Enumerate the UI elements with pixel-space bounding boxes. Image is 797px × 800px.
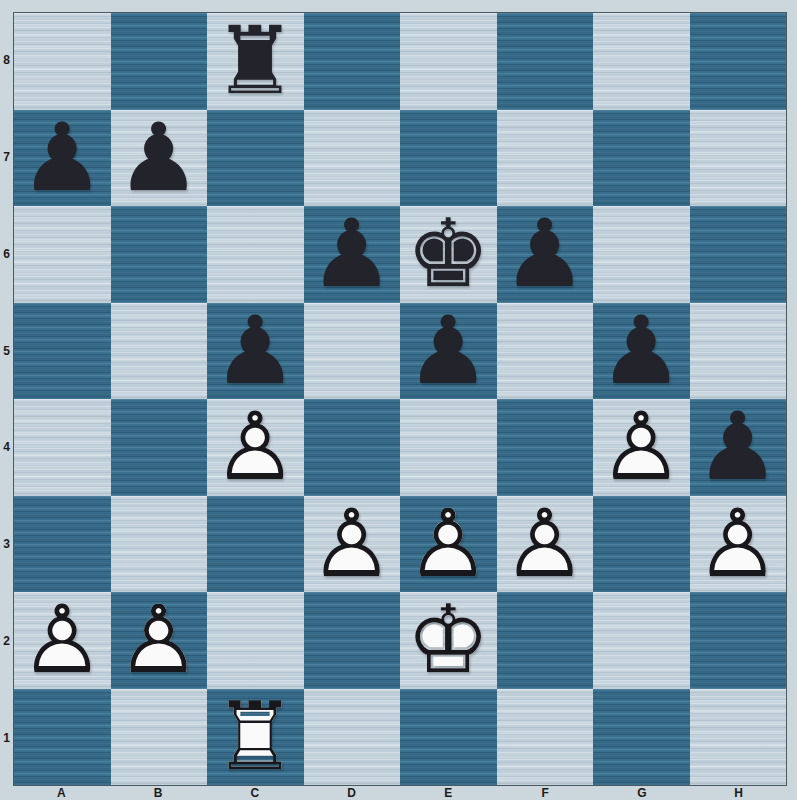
black-pawn-glyph: ♟ <box>497 206 594 303</box>
piece-white-rook-c1[interactable]: ♜♖ <box>207 689 304 786</box>
rank-label-4: 4 <box>0 399 13 496</box>
file-label-c: C <box>207 786 304 800</box>
piece-black-pawn-b7[interactable]: ♟ <box>111 110 208 207</box>
square-g1[interactable] <box>593 689 690 786</box>
square-c6[interactable] <box>207 206 304 303</box>
square-f7[interactable] <box>497 110 594 207</box>
square-e8[interactable] <box>400 13 497 110</box>
square-f3[interactable]: ♟♙ <box>497 496 594 593</box>
square-d5[interactable] <box>304 303 401 400</box>
square-a6[interactable] <box>14 206 111 303</box>
file-label-f: F <box>497 786 594 800</box>
rank-label-2: 2 <box>0 593 13 690</box>
piece-black-pawn-a7[interactable]: ♟ <box>14 110 111 207</box>
square-h6[interactable] <box>690 206 787 303</box>
square-c7[interactable] <box>207 110 304 207</box>
square-g5[interactable]: ♟ <box>593 303 690 400</box>
square-b4[interactable] <box>111 399 208 496</box>
rank-label-1: 1 <box>0 689 13 786</box>
piece-black-rook-c8[interactable]: ♜ <box>207 13 304 110</box>
square-g3[interactable] <box>593 496 690 593</box>
square-d8[interactable] <box>304 13 401 110</box>
square-d6[interactable]: ♟ <box>304 206 401 303</box>
square-c3[interactable] <box>207 496 304 593</box>
square-g8[interactable] <box>593 13 690 110</box>
square-f6[interactable]: ♟ <box>497 206 594 303</box>
piece-black-pawn-h4[interactable]: ♟ <box>690 399 787 496</box>
rank-labels: 87654321 <box>0 12 13 786</box>
square-f2[interactable] <box>497 592 594 689</box>
rank-label-3: 3 <box>0 496 13 593</box>
piece-white-pawn-e3[interactable]: ♟♙ <box>400 496 497 593</box>
square-h5[interactable] <box>690 303 787 400</box>
square-e6[interactable]: ♚ <box>400 206 497 303</box>
white-pawn-outline-glyph: ♙ <box>304 496 401 593</box>
square-e3[interactable]: ♟♙ <box>400 496 497 593</box>
square-f8[interactable] <box>497 13 594 110</box>
square-e1[interactable] <box>400 689 497 786</box>
square-e4[interactable] <box>400 399 497 496</box>
square-b7[interactable]: ♟ <box>111 110 208 207</box>
square-b8[interactable] <box>111 13 208 110</box>
piece-white-king-e2[interactable]: ♚♔ <box>400 592 497 689</box>
black-king-glyph: ♚ <box>400 206 497 303</box>
piece-black-pawn-g5[interactable]: ♟ <box>593 303 690 400</box>
file-label-d: D <box>303 786 400 800</box>
rank-label-6: 6 <box>0 206 13 303</box>
file-label-a: A <box>13 786 110 800</box>
file-label-e: E <box>400 786 497 800</box>
white-pawn-outline-glyph: ♙ <box>400 496 497 593</box>
piece-white-pawn-f3[interactable]: ♟♙ <box>497 496 594 593</box>
square-b5[interactable] <box>111 303 208 400</box>
rank-label-8: 8 <box>0 12 13 109</box>
square-a1[interactable] <box>14 689 111 786</box>
rank-label-7: 7 <box>0 109 13 206</box>
square-b6[interactable] <box>111 206 208 303</box>
square-d4[interactable] <box>304 399 401 496</box>
square-a7[interactable]: ♟ <box>14 110 111 207</box>
black-pawn-glyph: ♟ <box>400 303 497 400</box>
square-g6[interactable] <box>593 206 690 303</box>
square-g7[interactable] <box>593 110 690 207</box>
white-king-outline-glyph: ♔ <box>400 592 497 689</box>
piece-white-pawn-g4[interactable]: ♟♙ <box>593 399 690 496</box>
rank-label-5: 5 <box>0 302 13 399</box>
piece-black-pawn-c5[interactable]: ♟ <box>207 303 304 400</box>
square-c4[interactable]: ♟♙ <box>207 399 304 496</box>
square-c2[interactable] <box>207 592 304 689</box>
white-pawn-outline-glyph: ♙ <box>207 399 304 496</box>
square-h8[interactable] <box>690 13 787 110</box>
square-a3[interactable] <box>14 496 111 593</box>
square-c1[interactable]: ♜♖ <box>207 689 304 786</box>
square-h7[interactable] <box>690 110 787 207</box>
black-pawn-glyph: ♟ <box>207 303 304 400</box>
black-pawn-glyph: ♟ <box>304 206 401 303</box>
piece-black-king-e6[interactable]: ♚ <box>400 206 497 303</box>
black-rook-glyph: ♜ <box>207 13 304 110</box>
square-d3[interactable]: ♟♙ <box>304 496 401 593</box>
black-pawn-glyph: ♟ <box>14 110 111 207</box>
square-c5[interactable]: ♟ <box>207 303 304 400</box>
white-pawn-outline-glyph: ♙ <box>690 496 787 593</box>
square-h3[interactable]: ♟♙ <box>690 496 787 593</box>
piece-white-pawn-d3[interactable]: ♟♙ <box>304 496 401 593</box>
square-g4[interactable]: ♟♙ <box>593 399 690 496</box>
piece-black-pawn-d6[interactable]: ♟ <box>304 206 401 303</box>
square-b3[interactable] <box>111 496 208 593</box>
square-b2[interactable]: ♟♙ <box>111 592 208 689</box>
square-g2[interactable] <box>593 592 690 689</box>
square-e7[interactable] <box>400 110 497 207</box>
piece-white-pawn-a2[interactable]: ♟♙ <box>14 592 111 689</box>
square-h4[interactable]: ♟ <box>690 399 787 496</box>
square-a8[interactable] <box>14 13 111 110</box>
square-a5[interactable] <box>14 303 111 400</box>
black-pawn-glyph: ♟ <box>690 399 787 496</box>
piece-black-pawn-f6[interactable]: ♟ <box>497 206 594 303</box>
chess-position-screenshot: 87654321 ♜♟♟♟♚♟♟♟♟♟♙♟♙♟♟♙♟♙♟♙♟♙♟♙♟♙♚♔♜♖ … <box>0 0 797 800</box>
file-label-h: H <box>690 786 787 800</box>
piece-white-pawn-c4[interactable]: ♟♙ <box>207 399 304 496</box>
file-labels: ABCDEFGH <box>13 786 787 800</box>
white-pawn-outline-glyph: ♙ <box>14 592 111 689</box>
square-d7[interactable] <box>304 110 401 207</box>
white-pawn-outline-glyph: ♙ <box>111 592 208 689</box>
white-pawn-outline-glyph: ♙ <box>593 399 690 496</box>
square-a4[interactable] <box>14 399 111 496</box>
chess-board: ♜♟♟♟♚♟♟♟♟♟♙♟♙♟♟♙♟♙♟♙♟♙♟♙♟♙♚♔♜♖ <box>13 12 787 786</box>
black-pawn-glyph: ♟ <box>593 303 690 400</box>
square-f5[interactable] <box>497 303 594 400</box>
square-d2[interactable] <box>304 592 401 689</box>
white-pawn-outline-glyph: ♙ <box>497 496 594 593</box>
square-d1[interactable] <box>304 689 401 786</box>
square-c8[interactable]: ♜ <box>207 13 304 110</box>
square-a2[interactable]: ♟♙ <box>14 592 111 689</box>
black-pawn-glyph: ♟ <box>111 110 208 207</box>
piece-white-pawn-h3[interactable]: ♟♙ <box>690 496 787 593</box>
square-h1[interactable] <box>690 689 787 786</box>
square-h2[interactable] <box>690 592 787 689</box>
square-f1[interactable] <box>497 689 594 786</box>
square-b1[interactable] <box>111 689 208 786</box>
piece-white-pawn-b2[interactable]: ♟♙ <box>111 592 208 689</box>
file-label-b: B <box>110 786 207 800</box>
file-label-g: G <box>594 786 691 800</box>
square-e5[interactable]: ♟ <box>400 303 497 400</box>
square-e2[interactable]: ♚♔ <box>400 592 497 689</box>
piece-black-pawn-e5[interactable]: ♟ <box>400 303 497 400</box>
square-f4[interactable] <box>497 399 594 496</box>
white-rook-outline-glyph: ♖ <box>207 689 304 786</box>
